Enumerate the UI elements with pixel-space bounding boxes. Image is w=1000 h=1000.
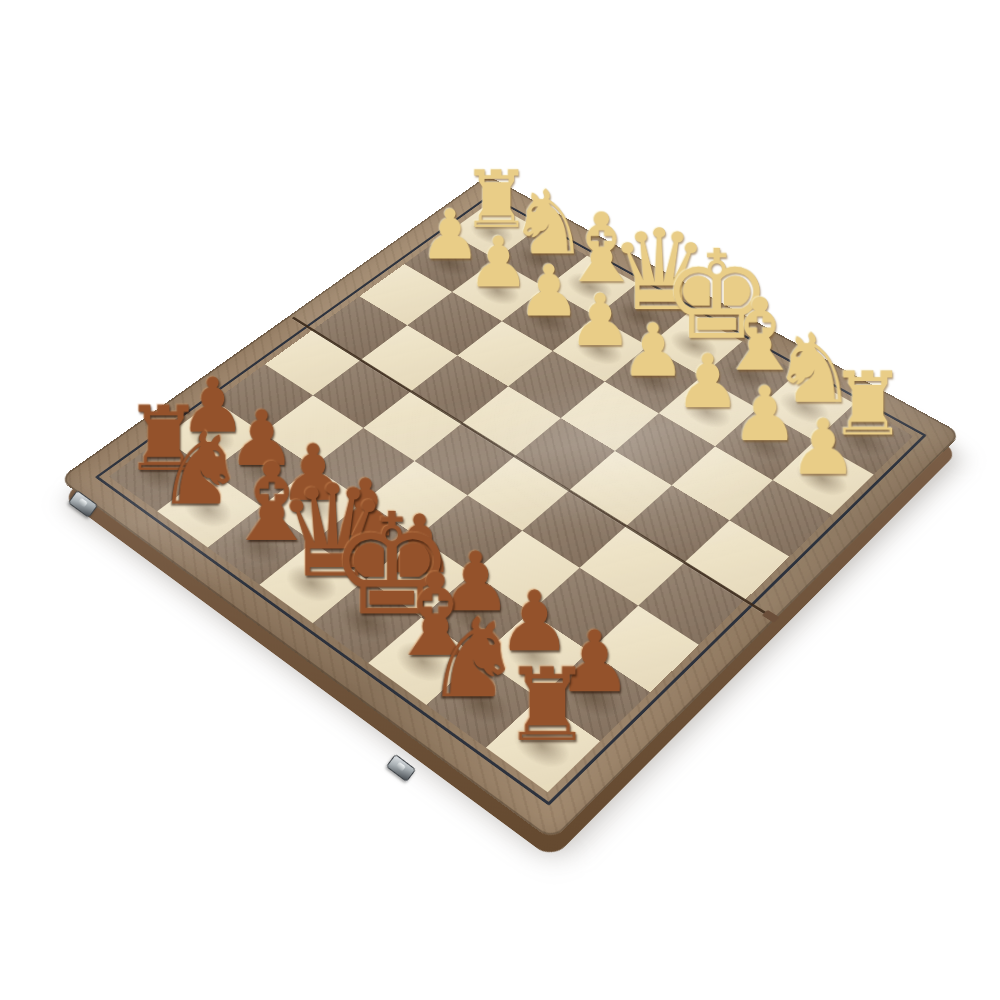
piece-contact-shadow — [462, 213, 521, 250]
piece-contact-shadow — [716, 354, 780, 397]
piece-contact-shadow — [444, 674, 518, 732]
piece-contact-shadow — [276, 557, 346, 609]
piece-contact-shadow — [730, 422, 797, 468]
piece-contact-shadow — [383, 552, 453, 604]
chess-board: ♜♞♝♛♚♝♞♜♟♟♟♟♟♟♟♟♟♟♟♟♟♟♟♟♜♞♝♛♚♝♞♜ — [59, 175, 962, 841]
piece-contact-shadow — [439, 589, 510, 643]
piece-contact-shadow — [496, 628, 569, 684]
piece-contact-shadow — [419, 244, 479, 282]
piece-contact-shadow — [228, 447, 294, 494]
board-grid: ♜♞♝♛♚♝♞♜♟♟♟♟♟♟♟♟♟♟♟♟♟♟♟♟♜♞♝♛♚♝♞♜ — [109, 202, 913, 792]
piece-contact-shadow — [179, 414, 244, 459]
metal-clasp-front — [386, 754, 416, 782]
piece-contact-shadow — [278, 481, 345, 530]
piece-contact-shadow — [504, 716, 580, 776]
piece-contact-shadow — [225, 521, 293, 571]
product-photo-stage: ♜♞♝♛♚♝♞♜♟♟♟♟♟♟♟♟♟♟♟♟♟♟♟♟♜♞♝♛♚♝♞♜ — [0, 0, 1000, 1000]
board-frame: ♜♞♝♛♚♝♞♜♟♟♟♟♟♟♟♟♟♟♟♟♟♟♟♟♜♞♝♛♚♝♞♜ — [59, 175, 962, 841]
piece-contact-shadow — [788, 455, 856, 502]
piece-contact-shadow — [330, 595, 401, 649]
piece-contact-shadow — [467, 271, 528, 310]
piece-contact-shadow — [556, 668, 630, 726]
square-a7: ♟ — [163, 400, 263, 471]
piece-contact-shadow — [330, 516, 398, 566]
piece-contact-shadow — [174, 486, 241, 535]
piece-contact-shadow — [610, 295, 672, 335]
